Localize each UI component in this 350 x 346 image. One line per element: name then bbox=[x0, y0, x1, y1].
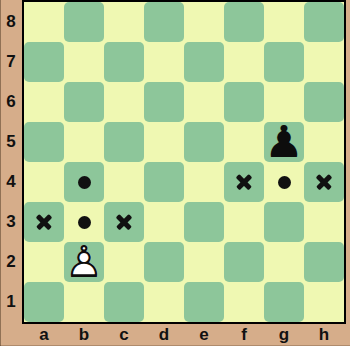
square-a5[interactable] bbox=[24, 122, 64, 162]
square-h7[interactable] bbox=[304, 42, 344, 82]
square-c3[interactable] bbox=[104, 202, 144, 242]
square-c6[interactable] bbox=[104, 82, 144, 122]
square-f2[interactable] bbox=[224, 242, 264, 282]
square-f8[interactable] bbox=[224, 2, 264, 42]
move-dot-g4 bbox=[278, 176, 291, 189]
square-f3[interactable] bbox=[224, 202, 264, 242]
file-label-g: g bbox=[264, 324, 304, 346]
square-f7[interactable] bbox=[224, 42, 264, 82]
square-b7[interactable] bbox=[64, 42, 104, 82]
square-h8[interactable] bbox=[304, 2, 344, 42]
square-a7[interactable] bbox=[24, 42, 64, 82]
file-labels: abcdefgh bbox=[24, 324, 344, 346]
file-label-f: f bbox=[224, 324, 264, 346]
square-c1[interactable] bbox=[104, 282, 144, 322]
square-a1[interactable] bbox=[24, 282, 64, 322]
square-f5[interactable] bbox=[224, 122, 264, 162]
file-label-a: a bbox=[24, 324, 64, 346]
square-b1[interactable] bbox=[64, 282, 104, 322]
rank-label-8: 8 bbox=[0, 2, 22, 42]
square-c4[interactable] bbox=[104, 162, 144, 202]
square-d3[interactable] bbox=[144, 202, 184, 242]
square-h1[interactable] bbox=[304, 282, 344, 322]
square-b3[interactable] bbox=[64, 202, 104, 242]
chess-diagram: 87654321 ♟♟♙ abcdefgh bbox=[0, 0, 350, 346]
capture-cross-a3 bbox=[35, 213, 53, 231]
square-h4[interactable] bbox=[304, 162, 344, 202]
file-label-c: c bbox=[104, 324, 144, 346]
square-c7[interactable] bbox=[104, 42, 144, 82]
square-e4[interactable] bbox=[184, 162, 224, 202]
file-label-b: b bbox=[64, 324, 104, 346]
move-dot-b4 bbox=[78, 176, 91, 189]
square-d5[interactable] bbox=[144, 122, 184, 162]
square-h5[interactable] bbox=[304, 122, 344, 162]
square-b8[interactable] bbox=[64, 2, 104, 42]
square-g4[interactable] bbox=[264, 162, 304, 202]
square-d6[interactable] bbox=[144, 82, 184, 122]
square-a6[interactable] bbox=[24, 82, 64, 122]
rank-labels: 87654321 bbox=[0, 2, 22, 322]
square-c8[interactable] bbox=[104, 2, 144, 42]
white-pawn[interactable]: ♟♙ bbox=[64, 242, 104, 282]
rank-label-7: 7 bbox=[0, 42, 22, 82]
file-label-h: h bbox=[304, 324, 344, 346]
file-label-e: e bbox=[184, 324, 224, 346]
capture-cross-c3 bbox=[115, 213, 133, 231]
square-b4[interactable] bbox=[64, 162, 104, 202]
square-g5[interactable]: ♟ bbox=[264, 122, 304, 162]
rank-label-5: 5 bbox=[0, 122, 22, 162]
square-e3[interactable] bbox=[184, 202, 224, 242]
square-c2[interactable] bbox=[104, 242, 144, 282]
square-d1[interactable] bbox=[144, 282, 184, 322]
square-e2[interactable] bbox=[184, 242, 224, 282]
rank-label-6: 6 bbox=[0, 82, 22, 122]
rank-label-4: 4 bbox=[0, 162, 22, 202]
square-d7[interactable] bbox=[144, 42, 184, 82]
capture-cross-f4 bbox=[235, 173, 253, 191]
square-h6[interactable] bbox=[304, 82, 344, 122]
move-dot-b3 bbox=[78, 216, 91, 229]
square-f4[interactable] bbox=[224, 162, 264, 202]
square-g8[interactable] bbox=[264, 2, 304, 42]
square-e6[interactable] bbox=[184, 82, 224, 122]
square-e1[interactable] bbox=[184, 282, 224, 322]
white-pawn-outline: ♙ bbox=[64, 242, 104, 282]
square-g7[interactable] bbox=[264, 42, 304, 82]
square-g3[interactable] bbox=[264, 202, 304, 242]
file-label-d: d bbox=[144, 324, 184, 346]
square-a8[interactable] bbox=[24, 2, 64, 42]
square-b5[interactable] bbox=[64, 122, 104, 162]
black-pawn[interactable]: ♟ bbox=[264, 120, 303, 164]
square-a4[interactable] bbox=[24, 162, 64, 202]
square-g2[interactable] bbox=[264, 242, 304, 282]
square-h3[interactable] bbox=[304, 202, 344, 242]
square-d2[interactable] bbox=[144, 242, 184, 282]
square-f6[interactable] bbox=[224, 82, 264, 122]
rank-label-3: 3 bbox=[0, 202, 22, 242]
board-frame: ♟♟♙ bbox=[22, 0, 346, 324]
square-e7[interactable] bbox=[184, 42, 224, 82]
square-f1[interactable] bbox=[224, 282, 264, 322]
square-a2[interactable] bbox=[24, 242, 64, 282]
square-b2[interactable]: ♟♙ bbox=[64, 242, 104, 282]
square-d8[interactable] bbox=[144, 2, 184, 42]
rank-label-1: 1 bbox=[0, 282, 22, 322]
square-g1[interactable] bbox=[264, 282, 304, 322]
square-d4[interactable] bbox=[144, 162, 184, 202]
square-h2[interactable] bbox=[304, 242, 344, 282]
square-e5[interactable] bbox=[184, 122, 224, 162]
square-e8[interactable] bbox=[184, 2, 224, 42]
rank-label-2: 2 bbox=[0, 242, 22, 282]
capture-cross-h4 bbox=[315, 173, 333, 191]
square-g6[interactable] bbox=[264, 82, 304, 122]
square-a3[interactable] bbox=[24, 202, 64, 242]
board: ♟♟♙ bbox=[24, 2, 344, 322]
square-c5[interactable] bbox=[104, 122, 144, 162]
square-b6[interactable] bbox=[64, 82, 104, 122]
